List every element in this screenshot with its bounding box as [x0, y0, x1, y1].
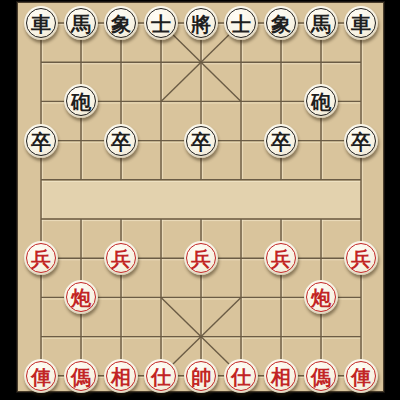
piece-glyph: 炮 — [71, 288, 91, 308]
intersection-a8[interactable] — [21, 317, 61, 356]
piece-black-soldier[interactable]: 卒 — [24, 124, 58, 158]
intersection-b3[interactable] — [61, 121, 101, 160]
app-background: { "game": "xiangqi", "position": { "fen"… — [0, 0, 400, 400]
intersection-f6[interactable] — [221, 239, 261, 278]
intersection-f4[interactable] — [221, 160, 261, 199]
intersection-f8[interactable] — [221, 317, 261, 356]
intersection-e1[interactable] — [181, 43, 221, 82]
intersection-c2[interactable] — [101, 82, 141, 121]
piece-glyph: 砲 — [311, 92, 331, 112]
piece-glyph: 仕 — [151, 366, 171, 386]
intersection-e3[interactable]: 卒 — [181, 121, 221, 160]
piece-black-soldier[interactable]: 卒 — [104, 124, 138, 158]
intersection-a0[interactable]: 車 — [21, 3, 61, 42]
piece-glyph: 將 — [191, 13, 211, 33]
intersection-b1[interactable] — [61, 43, 101, 82]
intersection-h3[interactable] — [301, 121, 341, 160]
piece-glyph: 相 — [111, 366, 131, 386]
piece-glyph: 兵 — [271, 249, 291, 269]
intersection-i9[interactable]: 俥 — [341, 356, 381, 395]
piece-glyph: 俥 — [351, 366, 371, 386]
piece-red-general[interactable]: 帥 — [184, 359, 218, 393]
intersection-i0[interactable]: 車 — [341, 3, 381, 42]
piece-black-soldier[interactable]: 卒 — [264, 124, 298, 158]
intersection-h2[interactable]: 砲 — [301, 82, 341, 121]
intersection-d9[interactable]: 仕 — [141, 356, 181, 395]
intersection-b9[interactable]: 傌 — [61, 356, 101, 395]
intersection-g2[interactable] — [261, 82, 301, 121]
piece-red-advisor[interactable]: 仕 — [144, 359, 178, 393]
intersection-c3[interactable]: 卒 — [101, 121, 141, 160]
intersection-f0[interactable]: 士 — [221, 3, 261, 42]
intersection-h0[interactable]: 馬 — [301, 3, 341, 42]
intersection-c9[interactable]: 相 — [101, 356, 141, 395]
piece-black-chariot[interactable]: 車 — [24, 6, 58, 40]
intersection-f9[interactable]: 仕 — [221, 356, 261, 395]
intersection-g7[interactable] — [261, 278, 301, 317]
intersection-a6[interactable]: 兵 — [21, 239, 61, 278]
piece-red-horse[interactable]: 傌 — [304, 359, 338, 393]
piece-black-advisor[interactable]: 士 — [144, 6, 178, 40]
piece-glyph: 卒 — [31, 131, 51, 151]
piece-glyph: 兵 — [191, 249, 211, 269]
intersection-i3[interactable]: 卒 — [341, 121, 381, 160]
intersection-d3[interactable] — [141, 121, 181, 160]
intersection-h5[interactable] — [301, 199, 341, 238]
intersection-a2[interactable] — [21, 82, 61, 121]
piece-red-elephant[interactable]: 相 — [264, 359, 298, 393]
piece-black-advisor[interactable]: 士 — [224, 6, 258, 40]
piece-glyph: 兵 — [111, 249, 131, 269]
intersection-c1[interactable] — [101, 43, 141, 82]
piece-red-soldier[interactable]: 兵 — [264, 241, 298, 275]
piece-glyph: 馬 — [71, 13, 91, 33]
piece-red-soldier[interactable]: 兵 — [184, 241, 218, 275]
intersection-a1[interactable] — [21, 43, 61, 82]
piece-black-general[interactable]: 將 — [184, 6, 218, 40]
intersection-d1[interactable] — [141, 43, 181, 82]
piece-red-soldier[interactable]: 兵 — [24, 241, 58, 275]
piece-red-soldier[interactable]: 兵 — [104, 241, 138, 275]
piece-red-horse[interactable]: 傌 — [64, 359, 98, 393]
intersection-d6[interactable] — [141, 239, 181, 278]
intersection-i8[interactable] — [341, 317, 381, 356]
piece-glyph: 傌 — [71, 366, 91, 386]
piece-black-horse[interactable]: 馬 — [304, 6, 338, 40]
intersection-b0[interactable]: 馬 — [61, 3, 101, 42]
intersection-h4[interactable] — [301, 160, 341, 199]
intersection-g5[interactable] — [261, 199, 301, 238]
piece-glyph: 象 — [111, 13, 131, 33]
intersection-b5[interactable] — [61, 199, 101, 238]
intersection-e6[interactable]: 兵 — [181, 239, 221, 278]
piece-glyph: 俥 — [31, 366, 51, 386]
piece-glyph: 卒 — [271, 131, 291, 151]
piece-glyph: 炮 — [311, 288, 331, 308]
intersection-c0[interactable]: 象 — [101, 3, 141, 42]
piece-red-cannon[interactable]: 炮 — [64, 280, 98, 314]
piece-glyph: 車 — [351, 13, 371, 33]
intersection-d2[interactable] — [141, 82, 181, 121]
intersection-d0[interactable]: 士 — [141, 3, 181, 42]
piece-glyph: 砲 — [71, 92, 91, 112]
piece-black-soldier[interactable]: 卒 — [184, 124, 218, 158]
intersection-g8[interactable] — [261, 317, 301, 356]
piece-glyph: 仕 — [231, 366, 251, 386]
piece-glyph: 馬 — [311, 13, 331, 33]
intersection-e4[interactable] — [181, 160, 221, 199]
intersection-g0[interactable]: 象 — [261, 3, 301, 42]
piece-glyph: 兵 — [31, 249, 51, 269]
intersection-e7[interactable] — [181, 278, 221, 317]
piece-glyph: 傌 — [311, 366, 331, 386]
intersection-h9[interactable]: 傌 — [301, 356, 341, 395]
intersection-c4[interactable] — [101, 160, 141, 199]
piece-black-horse[interactable]: 馬 — [64, 6, 98, 40]
intersection-f1[interactable] — [221, 43, 261, 82]
intersection-b4[interactable] — [61, 160, 101, 199]
intersection-c8[interactable] — [101, 317, 141, 356]
intersection-i4[interactable] — [341, 160, 381, 199]
intersection-a3[interactable]: 卒 — [21, 121, 61, 160]
intersection-d4[interactable] — [141, 160, 181, 199]
piece-red-chariot[interactable]: 俥 — [344, 359, 378, 393]
piece-black-soldier[interactable]: 卒 — [344, 124, 378, 158]
intersection-d7[interactable] — [141, 278, 181, 317]
intersection-e0[interactable]: 將 — [181, 3, 221, 42]
piece-black-elephant[interactable]: 象 — [264, 6, 298, 40]
intersection-a5[interactable] — [21, 199, 61, 238]
intersection-c6[interactable]: 兵 — [101, 239, 141, 278]
intersection-h7[interactable]: 炮 — [301, 278, 341, 317]
intersection-i1[interactable] — [341, 43, 381, 82]
piece-red-chariot[interactable]: 俥 — [24, 359, 58, 393]
intersection-i6[interactable]: 兵 — [341, 239, 381, 278]
piece-glyph: 卒 — [111, 131, 131, 151]
piece-glyph: 象 — [271, 13, 291, 33]
intersection-a9[interactable]: 俥 — [21, 356, 61, 395]
intersection-b7[interactable]: 炮 — [61, 278, 101, 317]
intersection-f2[interactable] — [221, 82, 261, 121]
piece-glyph: 兵 — [351, 249, 371, 269]
intersection-h1[interactable] — [301, 43, 341, 82]
intersection-c7[interactable] — [101, 278, 141, 317]
piece-black-cannon[interactable]: 砲 — [304, 84, 338, 118]
intersection-f5[interactable] — [221, 199, 261, 238]
intersection-h8[interactable] — [301, 317, 341, 356]
intersection-a4[interactable] — [21, 160, 61, 199]
intersection-a7[interactable] — [21, 278, 61, 317]
intersection-e9[interactable]: 帥 — [181, 356, 221, 395]
piece-glyph: 帥 — [191, 366, 211, 386]
intersection-d5[interactable] — [141, 199, 181, 238]
intersection-b2[interactable]: 砲 — [61, 82, 101, 121]
piece-glyph: 士 — [151, 13, 171, 33]
xiangqi-board: 車馬象士將士象馬車砲砲卒卒卒卒卒兵兵兵兵兵炮炮俥傌相仕帥仕相傌俥 — [17, 2, 384, 392]
intersection-g9[interactable]: 相 — [261, 356, 301, 395]
intersection-e5[interactable] — [181, 199, 221, 238]
piece-red-soldier[interactable]: 兵 — [344, 241, 378, 275]
intersection-g1[interactable] — [261, 43, 301, 82]
piece-red-cannon[interactable]: 炮 — [304, 280, 338, 314]
intersection-g4[interactable] — [261, 160, 301, 199]
intersection-b6[interactable] — [61, 239, 101, 278]
intersection-e2[interactable] — [181, 82, 221, 121]
intersection-c5[interactable] — [101, 199, 141, 238]
intersection-i5[interactable] — [341, 199, 381, 238]
intersection-g3[interactable]: 卒 — [261, 121, 301, 160]
intersection-b8[interactable] — [61, 317, 101, 356]
intersection-e8[interactable] — [181, 317, 221, 356]
piece-red-elephant[interactable]: 相 — [104, 359, 138, 393]
piece-red-advisor[interactable]: 仕 — [224, 359, 258, 393]
piece-glyph: 相 — [271, 366, 291, 386]
intersection-i2[interactable] — [341, 82, 381, 121]
piece-black-elephant[interactable]: 象 — [104, 6, 138, 40]
piece-black-cannon[interactable]: 砲 — [64, 84, 98, 118]
board-intersections: 車馬象士將士象馬車砲砲卒卒卒卒卒兵兵兵兵兵炮炮俥傌相仕帥仕相傌俥 — [21, 3, 381, 395]
intersection-g6[interactable]: 兵 — [261, 239, 301, 278]
intersection-f7[interactable] — [221, 278, 261, 317]
intersection-h6[interactable] — [301, 239, 341, 278]
piece-black-chariot[interactable]: 車 — [344, 6, 378, 40]
intersection-f3[interactable] — [221, 121, 261, 160]
piece-glyph: 卒 — [351, 131, 371, 151]
piece-glyph: 卒 — [191, 131, 211, 151]
intersection-d8[interactable] — [141, 317, 181, 356]
intersection-i7[interactable] — [341, 278, 381, 317]
piece-glyph: 士 — [231, 13, 251, 33]
piece-glyph: 車 — [31, 13, 51, 33]
